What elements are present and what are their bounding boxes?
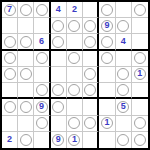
cell-r6c3[interactable]	[51, 99, 67, 115]
cell-r7c3[interactable]	[51, 116, 67, 132]
odd-cell-circle-icon	[68, 84, 80, 96]
cell-r0c5[interactable]	[83, 2, 99, 18]
cell-r4c0[interactable]	[2, 67, 18, 83]
given-digit: 1	[137, 70, 142, 79]
cell-r1c8[interactable]	[132, 18, 148, 34]
odd-cell-circle-icon	[52, 84, 64, 96]
cell-r1c6[interactable]: 9	[99, 18, 115, 34]
cell-r1c0[interactable]	[2, 18, 18, 34]
cell-r6c1[interactable]	[18, 99, 34, 115]
cell-r1c3[interactable]	[51, 18, 67, 34]
sudoku-board: 7429641951291	[0, 0, 150, 150]
given-digit: 5	[121, 102, 126, 111]
given-digit: 4	[121, 37, 126, 46]
cell-r4c4[interactable]	[67, 67, 83, 83]
given-digit: 2	[7, 135, 12, 144]
odd-cell-circle-icon	[68, 117, 80, 129]
cell-r5c1[interactable]	[18, 83, 34, 99]
given-digit: 1	[104, 118, 109, 127]
puzzle-stage: 7429641951291	[0, 0, 150, 150]
odd-cell-circle-icon	[4, 36, 16, 48]
cell-r0c0[interactable]: 7	[2, 2, 18, 18]
cell-r3c4[interactable]	[67, 51, 83, 67]
cell-r0c8[interactable]	[132, 2, 148, 18]
given-digit: 6	[39, 37, 44, 46]
odd-cell-circle-icon	[117, 68, 129, 80]
cell-r3c8[interactable]	[132, 51, 148, 67]
given-digit: 7	[7, 5, 12, 14]
cell-r4c1[interactable]	[18, 67, 34, 83]
cell-r4c8[interactable]: 1	[132, 67, 148, 83]
odd-cell-circle-icon	[117, 84, 129, 96]
odd-cell-circle-icon	[117, 20, 129, 32]
cell-r5c0[interactable]	[2, 83, 18, 99]
odd-cell-circle-icon	[84, 68, 96, 80]
given-digit: 9	[104, 21, 109, 30]
cell-r4c5[interactable]	[83, 67, 99, 83]
cell-r8c8[interactable]	[132, 132, 148, 148]
cell-r1c1[interactable]	[18, 18, 34, 34]
cell-r6c6[interactable]	[99, 99, 115, 115]
cell-r8c3[interactable]: 9	[51, 132, 67, 148]
cell-r6c7[interactable]: 5	[116, 99, 132, 115]
cell-r1c4[interactable]	[67, 18, 83, 34]
cell-r6c5[interactable]	[83, 99, 99, 115]
odd-cell-circle-icon	[134, 134, 146, 146]
odd-cell-circle-icon	[20, 68, 32, 80]
cell-r5c8[interactable]	[132, 83, 148, 99]
cell-r3c0[interactable]	[2, 51, 18, 67]
cell-r6c8[interactable]	[132, 99, 148, 115]
odd-cell-circle-icon	[101, 36, 113, 48]
cell-r3c7[interactable]	[116, 51, 132, 67]
cell-r7c7[interactable]	[116, 116, 132, 132]
odd-cell-circle-icon	[68, 52, 80, 64]
odd-cell-circle-icon	[36, 117, 48, 129]
given-digit: 1	[72, 135, 77, 144]
cell-r8c6[interactable]	[99, 132, 115, 148]
cell-r3c3[interactable]	[51, 51, 67, 67]
cell-r8c2[interactable]	[34, 132, 50, 148]
cell-r2c8[interactable]	[132, 34, 148, 50]
odd-cell-circle-icon	[52, 36, 64, 48]
cell-r8c1[interactable]	[18, 132, 34, 148]
cell-r3c6[interactable]	[99, 51, 115, 67]
odd-cell-circle-icon	[52, 20, 64, 32]
given-digit: 4	[56, 5, 61, 14]
cell-r1c5[interactable]	[83, 18, 99, 34]
odd-cell-circle-icon	[84, 117, 96, 129]
odd-cell-circle-icon	[36, 84, 48, 96]
cell-r2c7[interactable]: 4	[116, 34, 132, 50]
odd-cell-circle-icon	[52, 101, 64, 113]
cell-r7c6[interactable]: 1	[99, 116, 115, 132]
odd-cell-circle-icon	[84, 36, 96, 48]
given-digit: 9	[39, 102, 44, 111]
cell-r7c8[interactable]	[132, 116, 148, 132]
cell-r8c5[interactable]	[83, 132, 99, 148]
odd-cell-circle-icon	[101, 4, 113, 16]
cell-r3c2[interactable]	[34, 51, 50, 67]
given-digit: 9	[56, 135, 61, 144]
odd-cell-circle-icon	[117, 134, 129, 146]
cell-r2c3[interactable]	[51, 34, 67, 50]
cell-r5c2[interactable]	[34, 83, 50, 99]
odd-cell-circle-icon	[101, 52, 113, 64]
cell-r5c5[interactable]	[83, 83, 99, 99]
odd-cell-circle-icon	[36, 4, 48, 16]
cell-r0c3[interactable]: 4	[51, 2, 67, 18]
odd-cell-circle-icon	[68, 20, 80, 32]
cell-r2c0[interactable]	[2, 34, 18, 50]
cell-r3c1[interactable]	[18, 51, 34, 67]
odd-cell-circle-icon	[20, 36, 32, 48]
cell-r6c2[interactable]: 9	[34, 99, 50, 115]
cell-r2c4[interactable]	[67, 34, 83, 50]
cell-r6c4[interactable]	[67, 99, 83, 115]
cell-r6c0[interactable]	[2, 99, 18, 115]
cell-r7c2[interactable]	[34, 116, 50, 132]
odd-cell-circle-icon	[134, 117, 146, 129]
cell-r5c7[interactable]	[116, 83, 132, 99]
odd-cell-circle-icon	[20, 4, 32, 16]
cell-r0c2[interactable]	[34, 2, 50, 18]
cell-r7c1[interactable]	[18, 116, 34, 132]
cell-r1c2[interactable]	[34, 18, 50, 34]
cell-r0c6[interactable]	[99, 2, 115, 18]
odd-cell-circle-icon	[84, 84, 96, 96]
cell-r2c1[interactable]	[18, 34, 34, 50]
cell-r8c7[interactable]	[116, 132, 132, 148]
cell-r2c6[interactable]	[99, 34, 115, 50]
cell-r2c2[interactable]: 6	[34, 34, 50, 50]
cell-r8c0[interactable]: 2	[2, 132, 18, 148]
cell-r0c7[interactable]	[116, 2, 132, 18]
cell-r2c5[interactable]	[83, 34, 99, 50]
cell-r7c5[interactable]	[83, 116, 99, 132]
cell-r5c3[interactable]	[51, 83, 67, 99]
odd-cell-circle-icon	[4, 52, 16, 64]
cell-r5c6[interactable]	[99, 83, 115, 99]
given-digit: 2	[72, 5, 77, 14]
odd-cell-circle-icon	[134, 4, 146, 16]
cell-r4c2[interactable]	[34, 67, 50, 83]
cell-r8c4[interactable]: 1	[67, 132, 83, 148]
cell-r3c5[interactable]	[83, 51, 99, 67]
odd-cell-circle-icon	[36, 52, 48, 64]
cell-r4c6[interactable]	[99, 67, 115, 83]
odd-cell-circle-icon	[4, 101, 16, 113]
cell-r0c4[interactable]: 2	[67, 2, 83, 18]
cell-r4c3[interactable]	[51, 67, 67, 83]
odd-cell-circle-icon	[20, 134, 32, 146]
cell-r1c7[interactable]	[116, 18, 132, 34]
cell-r7c4[interactable]	[67, 116, 83, 132]
odd-cell-circle-icon	[84, 20, 96, 32]
odd-cell-circle-icon	[134, 52, 146, 64]
odd-cell-circle-icon	[20, 101, 32, 113]
cell-r5c4[interactable]	[67, 83, 83, 99]
cell-r4c7[interactable]	[116, 67, 132, 83]
odd-cell-circle-icon	[4, 68, 16, 80]
cell-r7c0[interactable]	[2, 116, 18, 132]
cell-r0c1[interactable]	[18, 2, 34, 18]
